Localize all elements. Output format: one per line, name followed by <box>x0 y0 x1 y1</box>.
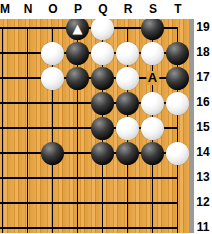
intersection-R17[interactable] <box>115 66 140 91</box>
white-stone <box>116 42 139 65</box>
intersection-R11[interactable] <box>115 216 140 234</box>
black-stone <box>141 19 164 40</box>
intersection-Q11[interactable] <box>90 216 115 234</box>
intersection-P14[interactable] <box>65 141 90 166</box>
intersection-S12[interactable] <box>140 191 165 216</box>
intersection-R16[interactable] <box>115 91 140 116</box>
white-stone <box>166 142 189 165</box>
black-stone: ▲ <box>66 19 89 40</box>
intersection-M14[interactable] <box>0 141 15 166</box>
intersection-Q12[interactable] <box>90 191 115 216</box>
intersection-T19[interactable] <box>165 19 189 41</box>
intersection-S19[interactable] <box>140 19 165 41</box>
row-labels: 191817161514131211 <box>194 0 212 233</box>
intersection-N15[interactable] <box>15 116 40 141</box>
intersection-O19[interactable] <box>40 19 65 41</box>
intersection-M13[interactable] <box>0 166 15 191</box>
intersection-Q15[interactable] <box>90 116 115 141</box>
row-label-14: 14 <box>194 144 212 160</box>
black-stone <box>166 42 189 65</box>
point-label-A: A <box>146 71 159 85</box>
intersection-S18[interactable] <box>140 41 165 66</box>
column-label-P: P <box>74 2 82 17</box>
row-label-15: 15 <box>194 119 212 135</box>
black-stone <box>141 142 164 165</box>
intersection-Q14[interactable] <box>90 141 115 166</box>
intersection-T11[interactable] <box>165 216 189 234</box>
intersection-S13[interactable] <box>140 166 165 191</box>
intersection-N17[interactable] <box>15 66 40 91</box>
white-stone <box>141 92 164 115</box>
intersection-O13[interactable] <box>40 166 65 191</box>
intersection-S17[interactable]: A <box>140 66 165 91</box>
column-label-M: M <box>0 2 10 17</box>
black-stone <box>66 67 89 90</box>
white-stone <box>116 67 139 90</box>
white-stone <box>41 42 64 65</box>
row-label-18: 18 <box>194 44 212 60</box>
row-label-19: 19 <box>194 19 212 35</box>
black-stone <box>116 92 139 115</box>
intersection-N14[interactable] <box>15 141 40 166</box>
intersection-Q13[interactable] <box>90 166 115 191</box>
row-label-16: 16 <box>194 94 212 110</box>
intersection-N11[interactable] <box>15 216 40 234</box>
intersection-N16[interactable] <box>15 91 40 116</box>
white-stone <box>91 42 114 65</box>
intersection-N13[interactable] <box>15 166 40 191</box>
row-label-12: 12 <box>194 194 212 210</box>
intersection-S15[interactable] <box>140 116 165 141</box>
intersection-O15[interactable] <box>40 116 65 141</box>
intersection-M11[interactable] <box>0 216 15 234</box>
intersection-S11[interactable] <box>140 216 165 234</box>
white-stone <box>91 19 114 40</box>
intersection-S16[interactable] <box>140 91 165 116</box>
intersection-P13[interactable] <box>65 166 90 191</box>
intersection-T14[interactable] <box>165 141 189 166</box>
column-label-N: N <box>24 2 33 17</box>
go-board: ▲A <box>0 19 189 233</box>
intersection-T15[interactable] <box>165 116 189 141</box>
intersection-M17[interactable] <box>0 66 15 91</box>
intersection-M18[interactable] <box>0 41 15 66</box>
intersection-R18[interactable] <box>115 41 140 66</box>
intersection-O12[interactable] <box>40 191 65 216</box>
white-stone <box>141 42 164 65</box>
intersection-M19[interactable] <box>0 19 15 41</box>
triangle-marker: ▲ <box>66 19 89 40</box>
black-stone <box>91 142 114 165</box>
black-stone <box>66 42 89 65</box>
black-stone <box>91 92 114 115</box>
intersection-O16[interactable] <box>40 91 65 116</box>
intersection-R15[interactable] <box>115 116 140 141</box>
goban-grid: ▲A <box>0 19 189 233</box>
intersection-P16[interactable] <box>65 91 90 116</box>
intersection-R12[interactable] <box>115 191 140 216</box>
white-stone <box>116 117 139 140</box>
intersection-N12[interactable] <box>15 191 40 216</box>
intersection-T12[interactable] <box>165 191 189 216</box>
intersection-O11[interactable] <box>40 216 65 234</box>
column-label-R: R <box>124 2 133 17</box>
black-stone <box>166 67 189 90</box>
intersection-P15[interactable] <box>65 116 90 141</box>
black-stone <box>116 142 139 165</box>
intersection-P17[interactable] <box>65 66 90 91</box>
intersection-T16[interactable] <box>165 91 189 116</box>
black-stone <box>91 117 114 140</box>
column-labels: MNOPQRST <box>0 0 212 19</box>
intersection-R14[interactable] <box>115 141 140 166</box>
intersection-N18[interactable] <box>15 41 40 66</box>
column-label-Q: Q <box>98 2 107 17</box>
intersection-R13[interactable] <box>115 166 140 191</box>
intersection-P18[interactable] <box>65 41 90 66</box>
intersection-Q19[interactable] <box>90 19 115 41</box>
intersection-T18[interactable] <box>165 41 189 66</box>
intersection-R19[interactable] <box>115 19 140 41</box>
intersection-Q18[interactable] <box>90 41 115 66</box>
intersection-T17[interactable] <box>165 66 189 91</box>
go-diagram: MNOPQRST ▲A 191817161514131211 <box>0 0 212 233</box>
row-label-13: 13 <box>194 169 212 185</box>
column-label-S: S <box>149 2 157 17</box>
white-stone <box>166 92 189 115</box>
black-stone <box>41 142 64 165</box>
column-label-T: T <box>174 2 181 17</box>
black-stone <box>91 67 114 90</box>
intersection-P19[interactable]: ▲ <box>65 19 90 41</box>
intersection-O14[interactable] <box>40 141 65 166</box>
intersection-M15[interactable] <box>0 116 15 141</box>
intersection-P12[interactable] <box>65 191 90 216</box>
intersection-O18[interactable] <box>40 41 65 66</box>
white-stone <box>141 117 164 140</box>
column-label-O: O <box>48 2 57 17</box>
intersection-T13[interactable] <box>165 166 189 191</box>
intersection-M12[interactable] <box>0 191 15 216</box>
white-stone <box>41 67 64 90</box>
intersection-O17[interactable] <box>40 66 65 91</box>
intersection-Q17[interactable] <box>90 66 115 91</box>
row-label-11: 11 <box>194 219 212 233</box>
intersection-M16[interactable] <box>0 91 15 116</box>
intersection-P11[interactable] <box>65 216 90 234</box>
intersection-S14[interactable] <box>140 141 165 166</box>
intersection-Q16[interactable] <box>90 91 115 116</box>
row-label-17: 17 <box>194 69 212 85</box>
intersection-N19[interactable] <box>15 19 40 41</box>
